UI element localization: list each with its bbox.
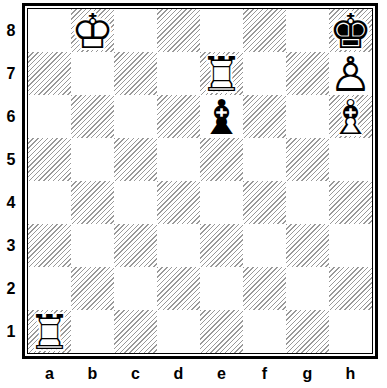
rank-label-1: 1 xyxy=(0,310,22,353)
square-f4[interactable] xyxy=(243,181,286,224)
square-h5[interactable] xyxy=(329,138,372,181)
square-c6[interactable] xyxy=(114,95,157,138)
rank-label-4: 4 xyxy=(0,181,22,224)
square-a6[interactable] xyxy=(28,95,71,138)
square-d5[interactable] xyxy=(157,138,200,181)
square-c2[interactable] xyxy=(114,267,157,310)
rank-label-2: 2 xyxy=(0,267,22,310)
square-b3[interactable] xyxy=(71,224,114,267)
white-rook-icon: ♖ xyxy=(28,310,71,353)
square-e4[interactable] xyxy=(200,181,243,224)
square-g1[interactable] xyxy=(286,310,329,353)
square-g3[interactable] xyxy=(286,224,329,267)
square-f1[interactable] xyxy=(243,310,286,353)
square-e6[interactable]: ♝♝ xyxy=(200,95,243,138)
square-h2[interactable] xyxy=(329,267,372,310)
square-b5[interactable] xyxy=(71,138,114,181)
square-d1[interactable] xyxy=(157,310,200,353)
file-label-c: c xyxy=(114,361,157,387)
square-c5[interactable] xyxy=(114,138,157,181)
file-label-b: b xyxy=(71,361,114,387)
chess-board-border: ♚♔♚♚♜♖♟♙♝♝♝♗♜♖ xyxy=(27,8,373,354)
square-g7[interactable] xyxy=(286,52,329,95)
square-d3[interactable] xyxy=(157,224,200,267)
square-c3[interactable] xyxy=(114,224,157,267)
square-b6[interactable] xyxy=(71,95,114,138)
piece-white-king-b8[interactable]: ♚♔ xyxy=(71,9,114,52)
square-a8[interactable] xyxy=(28,9,71,52)
rank-label-5: 5 xyxy=(0,138,22,181)
square-a3[interactable] xyxy=(28,224,71,267)
file-label-g: g xyxy=(286,361,329,387)
rank-label-7: 7 xyxy=(0,52,22,95)
square-h6[interactable]: ♝♗ xyxy=(329,95,372,138)
piece-white-rook-a1[interactable]: ♜♖ xyxy=(28,310,71,353)
square-c1[interactable] xyxy=(114,310,157,353)
square-f5[interactable] xyxy=(243,138,286,181)
square-b7[interactable] xyxy=(71,52,114,95)
square-d6[interactable] xyxy=(157,95,200,138)
square-c7[interactable] xyxy=(114,52,157,95)
square-c4[interactable] xyxy=(114,181,157,224)
square-g5[interactable] xyxy=(286,138,329,181)
square-f2[interactable] xyxy=(243,267,286,310)
chess-diagram: 87654321 ♚♔♚♚♜♖♟♙♝♝♝♗♜♖ abcdefgh xyxy=(0,0,387,388)
square-d7[interactable] xyxy=(157,52,200,95)
white-bishop-icon: ♗ xyxy=(329,95,372,138)
square-e5[interactable] xyxy=(200,138,243,181)
rank-labels: 87654321 xyxy=(0,9,22,353)
square-e1[interactable] xyxy=(200,310,243,353)
file-labels: abcdefgh xyxy=(28,361,372,387)
square-g6[interactable] xyxy=(286,95,329,138)
square-d8[interactable] xyxy=(157,9,200,52)
file-label-e: e xyxy=(200,361,243,387)
square-b4[interactable] xyxy=(71,181,114,224)
square-a5[interactable] xyxy=(28,138,71,181)
square-h4[interactable] xyxy=(329,181,372,224)
file-label-h: h xyxy=(329,361,372,387)
black-bishop-icon: ♝ xyxy=(200,95,243,138)
square-f6[interactable] xyxy=(243,95,286,138)
square-f8[interactable] xyxy=(243,9,286,52)
piece-white-bishop-h6[interactable]: ♝♗ xyxy=(329,95,372,138)
square-h1[interactable] xyxy=(329,310,372,353)
square-e2[interactable] xyxy=(200,267,243,310)
square-d4[interactable] xyxy=(157,181,200,224)
square-a7[interactable] xyxy=(28,52,71,95)
square-a4[interactable] xyxy=(28,181,71,224)
square-c8[interactable] xyxy=(114,9,157,52)
square-g2[interactable] xyxy=(286,267,329,310)
square-g4[interactable] xyxy=(286,181,329,224)
rank-label-6: 6 xyxy=(0,95,22,138)
file-label-a: a xyxy=(28,361,71,387)
square-h3[interactable] xyxy=(329,224,372,267)
white-king-icon: ♔ xyxy=(71,9,114,52)
file-label-f: f xyxy=(243,361,286,387)
square-d2[interactable] xyxy=(157,267,200,310)
chess-board: ♚♔♚♚♜♖♟♙♝♝♝♗♜♖ xyxy=(28,9,372,353)
square-a1[interactable]: ♜♖ xyxy=(28,310,71,353)
square-f3[interactable] xyxy=(243,224,286,267)
chess-board-frame: ♚♔♚♚♜♖♟♙♝♝♝♗♜♖ xyxy=(22,3,378,359)
file-label-d: d xyxy=(157,361,200,387)
rank-label-8: 8 xyxy=(0,9,22,52)
square-g8[interactable] xyxy=(286,9,329,52)
square-e3[interactable] xyxy=(200,224,243,267)
square-b8[interactable]: ♚♔ xyxy=(71,9,114,52)
rank-label-3: 3 xyxy=(0,224,22,267)
square-f7[interactable] xyxy=(243,52,286,95)
square-b2[interactable] xyxy=(71,267,114,310)
square-b1[interactable] xyxy=(71,310,114,353)
piece-black-bishop-e6[interactable]: ♝♝ xyxy=(200,95,243,138)
